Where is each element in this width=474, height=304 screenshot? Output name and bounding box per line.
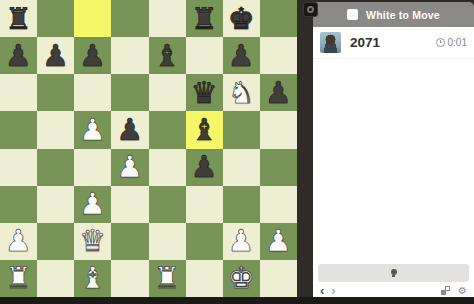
piece-black-pawn[interactable]: ♟ xyxy=(79,41,106,71)
square-c3[interactable]: ♟ xyxy=(74,186,111,223)
square-g7[interactable]: ♟ xyxy=(223,37,260,74)
move-indicator-header: White to Move xyxy=(313,2,474,27)
square-b8[interactable] xyxy=(37,0,74,37)
square-e1[interactable]: ♜ xyxy=(149,260,186,297)
square-f5[interactable]: ♝ xyxy=(186,111,223,148)
share-icon[interactable] xyxy=(441,286,450,295)
square-h7[interactable] xyxy=(260,37,297,74)
player-avatar[interactable] xyxy=(320,32,341,53)
square-c2[interactable]: ♛ xyxy=(74,223,111,260)
sidebar-empty-area xyxy=(313,59,474,264)
piece-white-queen[interactable]: ♛ xyxy=(79,226,106,256)
timer-value: 0:01 xyxy=(448,37,467,48)
square-a3[interactable] xyxy=(0,186,37,223)
nav-right-icons: ⚙ xyxy=(441,286,467,296)
piece-white-knight[interactable]: ♞ xyxy=(228,78,255,108)
square-g4[interactable] xyxy=(223,149,260,186)
square-c4[interactable] xyxy=(74,149,111,186)
square-d5[interactable]: ♟ xyxy=(111,111,148,148)
square-b3[interactable] xyxy=(37,186,74,223)
square-f4[interactable]: ♟ xyxy=(186,149,223,186)
square-a5[interactable] xyxy=(0,111,37,148)
piece-black-pawn[interactable]: ♟ xyxy=(191,152,218,182)
piece-white-pawn[interactable]: ♟ xyxy=(5,226,32,256)
square-b4[interactable] xyxy=(37,149,74,186)
chess-board: ♜♜♚♟♟♟♝♟♛♞♟♟♟♝♟♟♟♟♛♟♟♜♝♜♚ xyxy=(0,0,297,297)
square-a1[interactable]: ♜ xyxy=(0,260,37,297)
square-g1[interactable]: ♚ xyxy=(223,260,260,297)
square-f8[interactable]: ♜ xyxy=(186,0,223,37)
piece-white-pawn[interactable]: ♟ xyxy=(116,152,143,182)
bottom-bar xyxy=(0,297,474,304)
overlay-circle-button[interactable] xyxy=(303,2,318,17)
board-sidebar-gap xyxy=(297,0,313,297)
square-b7[interactable]: ♟ xyxy=(37,37,74,74)
square-h3[interactable] xyxy=(260,186,297,223)
square-g6[interactable]: ♞ xyxy=(223,74,260,111)
square-h2[interactable]: ♟ xyxy=(260,223,297,260)
piece-white-pawn[interactable]: ♟ xyxy=(265,226,292,256)
square-b1[interactable] xyxy=(37,260,74,297)
piece-black-king[interactable]: ♚ xyxy=(228,4,255,34)
square-c7[interactable]: ♟ xyxy=(74,37,111,74)
white-square-icon xyxy=(347,9,358,20)
back-button[interactable]: ‹ xyxy=(320,286,324,296)
square-a6[interactable] xyxy=(0,74,37,111)
piece-black-pawn[interactable]: ♟ xyxy=(265,78,292,108)
square-f7[interactable] xyxy=(186,37,223,74)
piece-black-pawn[interactable]: ♟ xyxy=(42,41,69,71)
piece-white-pawn[interactable]: ♟ xyxy=(79,189,106,219)
puzzle-timer: 0:01 xyxy=(436,37,467,48)
square-h1[interactable] xyxy=(260,260,297,297)
square-a8[interactable]: ♜ xyxy=(0,0,37,37)
square-g3[interactable] xyxy=(223,186,260,223)
square-a4[interactable] xyxy=(0,149,37,186)
square-a2[interactable]: ♟ xyxy=(0,223,37,260)
piece-white-king[interactable]: ♚ xyxy=(228,263,255,293)
piece-black-pawn[interactable]: ♟ xyxy=(116,115,143,145)
square-c8[interactable] xyxy=(74,0,111,37)
square-h6[interactable]: ♟ xyxy=(260,74,297,111)
piece-black-rook[interactable]: ♜ xyxy=(191,4,218,34)
piece-white-bishop[interactable]: ♝ xyxy=(79,263,106,293)
piece-white-pawn[interactable]: ♟ xyxy=(79,115,106,145)
square-f1[interactable] xyxy=(186,260,223,297)
piece-black-bishop[interactable]: ♝ xyxy=(191,115,218,145)
square-g2[interactable]: ♟ xyxy=(223,223,260,260)
square-e8[interactable] xyxy=(149,0,186,37)
puzzle-app: ♜♜♚♟♟♟♝♟♛♞♟♟♟♝♟♟♟♟♛♟♟♜♝♜♚ White to Move … xyxy=(0,0,474,304)
square-c1[interactable]: ♝ xyxy=(74,260,111,297)
square-c6[interactable] xyxy=(74,74,111,111)
square-h5[interactable] xyxy=(260,111,297,148)
square-e3[interactable] xyxy=(149,186,186,223)
lightbulb-icon xyxy=(391,269,397,278)
square-a7[interactable]: ♟ xyxy=(0,37,37,74)
square-f6[interactable]: ♛ xyxy=(186,74,223,111)
square-e4[interactable] xyxy=(149,149,186,186)
square-d2[interactable] xyxy=(111,223,148,260)
clock-icon xyxy=(436,38,445,47)
move-indicator-label: White to Move xyxy=(366,9,440,21)
square-f3[interactable] xyxy=(186,186,223,223)
square-e7[interactable]: ♝ xyxy=(149,37,186,74)
square-b6[interactable] xyxy=(37,74,74,111)
square-e6[interactable] xyxy=(149,74,186,111)
nav-bar: ‹ › ⚙ xyxy=(313,284,474,297)
square-g8[interactable]: ♚ xyxy=(223,0,260,37)
hint-button[interactable] xyxy=(318,264,469,282)
square-h8[interactable] xyxy=(260,0,297,37)
piece-black-bishop[interactable]: ♝ xyxy=(154,41,181,71)
square-d7[interactable] xyxy=(111,37,148,74)
gear-icon[interactable]: ⚙ xyxy=(458,286,467,296)
piece-black-rook[interactable]: ♜ xyxy=(5,4,32,34)
square-d1[interactable] xyxy=(111,260,148,297)
square-e2[interactable] xyxy=(149,223,186,260)
square-c5[interactable]: ♟ xyxy=(74,111,111,148)
puzzle-sidebar: White to Move 2071 0:01 ‹ › xyxy=(313,0,474,297)
sidebar-body: 2071 0:01 ‹ › ⚙ xyxy=(313,27,474,297)
square-d8[interactable] xyxy=(111,0,148,37)
circle-icon xyxy=(307,6,314,13)
square-d4[interactable]: ♟ xyxy=(111,149,148,186)
player-rating: 2071 xyxy=(350,35,380,50)
square-f2[interactable] xyxy=(186,223,223,260)
square-b5[interactable] xyxy=(37,111,74,148)
square-d3[interactable] xyxy=(111,186,148,223)
piece-black-pawn[interactable]: ♟ xyxy=(228,41,255,71)
piece-black-pawn[interactable]: ♟ xyxy=(5,41,32,71)
square-b2[interactable] xyxy=(37,223,74,260)
piece-white-pawn[interactable]: ♟ xyxy=(228,226,255,256)
piece-black-queen[interactable]: ♛ xyxy=(191,78,218,108)
square-e5[interactable] xyxy=(149,111,186,148)
square-h4[interactable] xyxy=(260,149,297,186)
player-row: 2071 0:01 xyxy=(313,27,474,59)
square-d6[interactable] xyxy=(111,74,148,111)
piece-white-rook[interactable]: ♜ xyxy=(154,263,181,293)
piece-white-rook[interactable]: ♜ xyxy=(5,263,32,293)
square-g5[interactable] xyxy=(223,111,260,148)
forward-button[interactable]: › xyxy=(331,286,335,296)
